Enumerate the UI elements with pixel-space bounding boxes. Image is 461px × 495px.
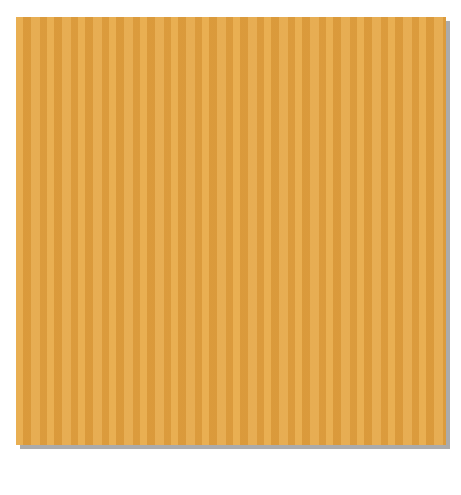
board-grid-lines [16,17,446,445]
go-board[interactable] [16,17,446,445]
kifu-caption-moves-not-shown [50,463,459,485]
go-kifu-diagram: { "game": "Go (19x19) — numbered kifu / … [0,0,461,495]
